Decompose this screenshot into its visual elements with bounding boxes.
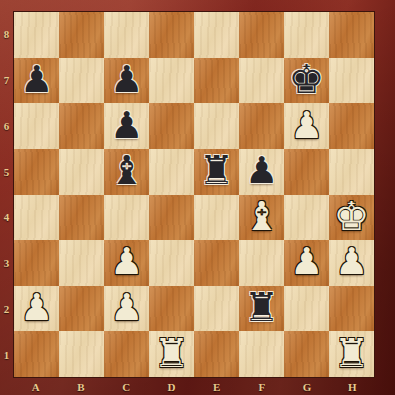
square-c7[interactable]: ♟: [104, 58, 149, 104]
square-e6[interactable]: [194, 103, 239, 149]
piece-white-pawn[interactable]: ♟: [335, 240, 368, 284]
square-h6[interactable]: [329, 103, 374, 149]
file-label-d: D: [149, 378, 194, 395]
piece-black-bishop[interactable]: ♝: [109, 149, 145, 193]
square-a1[interactable]: [14, 331, 59, 377]
file-label-f: F: [239, 378, 284, 395]
file-label-a: A: [13, 378, 58, 395]
square-a3[interactable]: [14, 240, 59, 286]
piece-black-pawn[interactable]: ♟: [110, 58, 143, 102]
square-c5[interactable]: ♝: [104, 149, 149, 195]
square-g7[interactable]: ♚: [284, 58, 329, 104]
square-h4[interactable]: ♚: [329, 195, 374, 241]
square-c6[interactable]: ♟: [104, 103, 149, 149]
square-f6[interactable]: [239, 103, 284, 149]
square-f7[interactable]: [239, 58, 284, 104]
square-d6[interactable]: [149, 103, 194, 149]
square-a2[interactable]: ♟: [14, 286, 59, 332]
square-d5[interactable]: [149, 149, 194, 195]
rank-label-6: 6: [0, 103, 13, 149]
piece-black-king[interactable]: ♚: [289, 58, 325, 102]
square-h2[interactable]: [329, 286, 374, 332]
piece-white-pawn[interactable]: ♟: [290, 103, 323, 147]
rank-label-8: 8: [0, 11, 13, 57]
square-b1[interactable]: [59, 331, 104, 377]
square-g1[interactable]: [284, 331, 329, 377]
square-b6[interactable]: [59, 103, 104, 149]
piece-white-bishop[interactable]: ♝: [244, 195, 280, 239]
square-a7[interactable]: ♟: [14, 58, 59, 104]
square-e1[interactable]: [194, 331, 239, 377]
square-e4[interactable]: [194, 195, 239, 241]
piece-white-rook[interactable]: ♜: [334, 331, 370, 375]
piece-black-rook[interactable]: ♜: [199, 149, 235, 193]
file-label-c: C: [104, 378, 149, 395]
file-label-h: H: [330, 378, 375, 395]
square-f5[interactable]: ♟: [239, 149, 284, 195]
rank-label-5: 5: [0, 149, 13, 195]
rank-label-7: 7: [0, 57, 13, 103]
square-f3[interactable]: [239, 240, 284, 286]
piece-white-rook[interactable]: ♜: [154, 331, 190, 375]
square-d7[interactable]: [149, 58, 194, 104]
square-h5[interactable]: [329, 149, 374, 195]
square-d3[interactable]: [149, 240, 194, 286]
piece-black-pawn[interactable]: ♟: [110, 103, 143, 147]
piece-black-rook[interactable]: ♜: [244, 286, 280, 330]
square-c4[interactable]: [104, 195, 149, 241]
square-a4[interactable]: [14, 195, 59, 241]
piece-white-pawn[interactable]: ♟: [110, 240, 143, 284]
file-label-e: E: [194, 378, 239, 395]
square-b2[interactable]: [59, 286, 104, 332]
piece-white-pawn[interactable]: ♟: [20, 286, 53, 330]
square-f8[interactable]: [239, 12, 284, 58]
rank-label-3: 3: [0, 240, 13, 286]
piece-white-pawn[interactable]: ♟: [290, 240, 323, 284]
file-label-g: G: [285, 378, 330, 395]
square-b3[interactable]: [59, 240, 104, 286]
rank-label-2: 2: [0, 286, 13, 332]
square-d8[interactable]: [149, 12, 194, 58]
square-h7[interactable]: [329, 58, 374, 104]
square-h3[interactable]: ♟: [329, 240, 374, 286]
square-g2[interactable]: [284, 286, 329, 332]
square-f2[interactable]: ♜: [239, 286, 284, 332]
square-a6[interactable]: [14, 103, 59, 149]
square-e5[interactable]: ♜: [194, 149, 239, 195]
square-g5[interactable]: [284, 149, 329, 195]
square-e2[interactable]: [194, 286, 239, 332]
rank-label-1: 1: [0, 332, 13, 378]
square-e3[interactable]: [194, 240, 239, 286]
square-h8[interactable]: [329, 12, 374, 58]
square-e8[interactable]: [194, 12, 239, 58]
piece-white-pawn[interactable]: ♟: [110, 286, 143, 330]
square-c1[interactable]: [104, 331, 149, 377]
piece-black-pawn[interactable]: ♟: [245, 149, 278, 193]
rank-label-4: 4: [0, 195, 13, 241]
square-a8[interactable]: [14, 12, 59, 58]
square-h1[interactable]: ♜: [329, 331, 374, 377]
square-b4[interactable]: [59, 195, 104, 241]
square-b8[interactable]: [59, 12, 104, 58]
square-c8[interactable]: [104, 12, 149, 58]
piece-white-king[interactable]: ♚: [334, 195, 370, 239]
file-label-b: B: [58, 378, 103, 395]
square-d4[interactable]: [149, 195, 194, 241]
square-e7[interactable]: [194, 58, 239, 104]
square-c2[interactable]: ♟: [104, 286, 149, 332]
square-b7[interactable]: [59, 58, 104, 104]
square-d1[interactable]: ♜: [149, 331, 194, 377]
piece-black-pawn[interactable]: ♟: [20, 58, 53, 102]
square-c3[interactable]: ♟: [104, 240, 149, 286]
chessboard-frame: ♟♟♚♟♟♝♜♟♝♚♟♟♟♟♟♜♜♜ 87654321 ABCDEFGH: [0, 0, 395, 395]
square-b5[interactable]: [59, 149, 104, 195]
square-f1[interactable]: [239, 331, 284, 377]
square-f4[interactable]: ♝: [239, 195, 284, 241]
square-a5[interactable]: [14, 149, 59, 195]
chess-board[interactable]: ♟♟♚♟♟♝♜♟♝♚♟♟♟♟♟♜♜♜: [13, 11, 375, 378]
square-g4[interactable]: [284, 195, 329, 241]
square-g6[interactable]: ♟: [284, 103, 329, 149]
square-g3[interactable]: ♟: [284, 240, 329, 286]
square-g8[interactable]: [284, 12, 329, 58]
square-d2[interactable]: [149, 286, 194, 332]
